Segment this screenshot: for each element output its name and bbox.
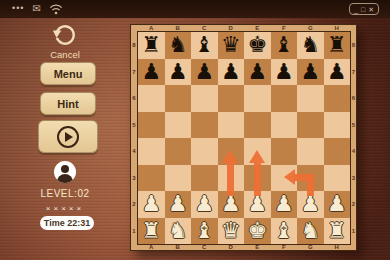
square-f1[interactable]: ♝ — [271, 218, 298, 245]
rank-label-left-3: 3 — [131, 165, 138, 192]
black-pawn[interactable]: ♟ — [274, 59, 294, 86]
square-a6[interactable] — [138, 85, 165, 112]
hint-arrow-d2-d4-head — [222, 150, 238, 163]
avatar-icon — [54, 161, 76, 183]
square-b6[interactable] — [165, 85, 192, 112]
time-label: Time 22:31 — [44, 218, 90, 228]
square-c4[interactable] — [191, 138, 218, 165]
square-d7[interactable]: ♟ — [218, 59, 245, 86]
rank-label-right-6: 6 — [350, 85, 357, 112]
rank-label-right-4: 4 — [350, 138, 357, 165]
square-g5[interactable] — [297, 112, 324, 139]
player-avatar[interactable] — [0, 161, 130, 183]
file-label-top-c: C — [191, 25, 218, 32]
square-h8[interactable]: ♜ — [324, 32, 351, 59]
file-label-bottom-g: G — [297, 244, 324, 251]
file-label-top-h: H — [324, 25, 351, 32]
black-pawn[interactable]: ♟ — [194, 59, 214, 86]
square-b7[interactable]: ♟ — [165, 59, 192, 86]
square-e6[interactable] — [244, 85, 271, 112]
wifi-icon — [49, 4, 63, 15]
white-pawn[interactable]: ♟ — [141, 191, 161, 218]
file-label-bottom-d: D — [218, 244, 245, 251]
white-pawn[interactable]: ♟ — [194, 191, 214, 218]
level-label: LEVEL:02 — [0, 188, 130, 199]
hint-arrow-g2-f3-hshaft — [294, 174, 314, 181]
file-label-bottom-f: F — [271, 244, 298, 251]
black-bishop[interactable]: ♝ — [274, 32, 294, 59]
square-b3[interactable] — [165, 165, 192, 192]
square-d1[interactable]: ♛ — [218, 218, 245, 245]
square-g6[interactable] — [297, 85, 324, 112]
black-pawn[interactable]: ♟ — [247, 59, 267, 86]
square-h1[interactable]: ♜ — [324, 218, 351, 245]
white-queen[interactable]: ♛ — [221, 218, 241, 245]
square-e7[interactable]: ♟ — [244, 59, 271, 86]
square-a4[interactable] — [138, 138, 165, 165]
square-c3[interactable] — [191, 165, 218, 192]
white-rook[interactable]: ♜ — [141, 218, 161, 245]
white-bishop[interactable]: ♝ — [274, 218, 294, 245]
minimize-button[interactable]: _ — [354, 6, 358, 13]
time-display: Time 22:31 — [40, 216, 94, 230]
hint-arrow-d2-d4-shaft — [227, 163, 234, 196]
rank-label-right-1: 1 — [350, 218, 357, 245]
square-a2[interactable]: ♟ — [138, 191, 165, 218]
square-a5[interactable] — [138, 112, 165, 139]
square-h3[interactable] — [324, 165, 351, 192]
square-a3[interactable] — [138, 165, 165, 192]
status-bar: ••• ✉ _ □ ✕ — [0, 0, 390, 18]
window-controls: _ □ ✕ — [349, 3, 379, 15]
hint-button-label: Hint — [57, 98, 78, 110]
rank-label-left-5: 5 — [131, 112, 138, 139]
square-g1[interactable]: ♞ — [297, 218, 324, 245]
play-icon — [57, 126, 79, 148]
black-rook[interactable]: ♜ — [141, 32, 161, 59]
square-b8[interactable]: ♞ — [165, 32, 192, 59]
black-pawn[interactable]: ♟ — [300, 59, 320, 86]
white-pawn[interactable]: ♟ — [168, 191, 188, 218]
rank-label-left-2: 2 — [131, 191, 138, 218]
black-pawn[interactable]: ♟ — [327, 59, 347, 86]
menu-button-label: Menu — [54, 68, 83, 80]
message-icon: ✉ — [32, 4, 40, 14]
square-f5[interactable] — [271, 112, 298, 139]
white-king[interactable]: ♚ — [247, 218, 267, 245]
file-label-bottom-c: C — [191, 244, 218, 251]
file-label-top-d: D — [218, 25, 245, 32]
cancel-label: Cancel — [50, 49, 80, 60]
square-c2[interactable]: ♟ — [191, 191, 218, 218]
black-pawn[interactable]: ♟ — [221, 59, 241, 86]
file-label-bottom-h: H — [324, 244, 351, 251]
square-a7[interactable]: ♟ — [138, 59, 165, 86]
hint-button[interactable]: Hint — [40, 92, 96, 115]
square-g4[interactable] — [297, 138, 324, 165]
square-h7[interactable]: ♟ — [324, 59, 351, 86]
square-b1[interactable]: ♞ — [165, 218, 192, 245]
file-label-bottom-b: B — [165, 244, 192, 251]
square-g7[interactable]: ♟ — [297, 59, 324, 86]
play-button[interactable] — [38, 120, 98, 153]
square-f4[interactable] — [271, 138, 298, 165]
rank-label-right-2: 2 — [350, 191, 357, 218]
file-label-bottom-a: A — [138, 244, 165, 251]
rank-label-right-5: 5 — [350, 112, 357, 139]
square-e5[interactable] — [244, 112, 271, 139]
black-knight[interactable]: ♞ — [300, 32, 320, 59]
file-label-top-g: G — [297, 25, 324, 32]
white-knight[interactable]: ♞ — [300, 218, 320, 245]
hint-arrow-g2-f3-head — [284, 169, 295, 185]
square-d8[interactable]: ♛ — [218, 32, 245, 59]
square-c6[interactable] — [191, 85, 218, 112]
signal-dots-icon: ••• — [12, 4, 24, 13]
square-b4[interactable] — [165, 138, 192, 165]
square-e8[interactable]: ♚ — [244, 32, 271, 59]
rank-label-left-8: 8 — [131, 32, 138, 59]
white-rook[interactable]: ♜ — [327, 218, 347, 245]
sidebar: Cancel Menu Hint LEVEL:02 ××××× Time 22:… — [0, 18, 130, 260]
file-label-bottom-e: E — [244, 244, 271, 251]
maximize-button[interactable]: □ — [361, 6, 365, 13]
square-b5[interactable] — [165, 112, 192, 139]
file-label-top-e: E — [244, 25, 271, 32]
black-bishop[interactable]: ♝ — [194, 32, 214, 59]
rank-label-left-4: 4 — [131, 138, 138, 165]
square-h6[interactable] — [324, 85, 351, 112]
score-marks: ××××× — [0, 204, 130, 213]
black-knight[interactable]: ♞ — [168, 32, 188, 59]
square-d6[interactable] — [218, 85, 245, 112]
square-d5[interactable] — [218, 112, 245, 139]
square-g8[interactable]: ♞ — [297, 32, 324, 59]
black-pawn[interactable]: ♟ — [141, 59, 161, 86]
square-f8[interactable]: ♝ — [271, 32, 298, 59]
square-c7[interactable]: ♟ — [191, 59, 218, 86]
app-screen: ••• ✉ _ □ ✕ Cancel Menu Hint — [0, 0, 390, 260]
square-h4[interactable] — [324, 138, 351, 165]
white-pawn[interactable]: ♟ — [274, 191, 294, 218]
white-bishop[interactable]: ♝ — [194, 218, 214, 245]
square-c5[interactable] — [191, 112, 218, 139]
square-e1[interactable]: ♚ — [244, 218, 271, 245]
board-squares: ♜♞♝♛♚♝♞♜♟♟♟♟♟♟♟♟♟♟♟♟♟♟♟♟♜♞♝♛♚♝♞♜ — [138, 32, 350, 244]
rank-label-left-7: 7 — [131, 59, 138, 86]
black-king[interactable]: ♚ — [247, 32, 267, 59]
square-b2[interactable]: ♟ — [165, 191, 192, 218]
square-f6[interactable] — [271, 85, 298, 112]
square-h5[interactable] — [324, 112, 351, 139]
square-f2[interactable]: ♟ — [271, 191, 298, 218]
square-f7[interactable]: ♟ — [271, 59, 298, 86]
black-rook[interactable]: ♜ — [327, 32, 347, 59]
rank-label-left-1: 1 — [131, 218, 138, 245]
cancel-button[interactable]: Cancel — [0, 23, 130, 60]
file-label-top-b: B — [165, 25, 192, 32]
close-button[interactable]: ✕ — [368, 6, 374, 13]
rank-label-right-7: 7 — [350, 59, 357, 86]
white-pawn[interactable]: ♟ — [327, 191, 347, 218]
square-h2[interactable]: ♟ — [324, 191, 351, 218]
white-knight[interactable]: ♞ — [168, 218, 188, 245]
rank-label-left-6: 6 — [131, 85, 138, 112]
square-a1[interactable]: ♜ — [138, 218, 165, 245]
undo-icon — [52, 23, 78, 47]
file-label-top-f: F — [271, 25, 298, 32]
rank-label-right-8: 8 — [350, 32, 357, 59]
hint-arrow-e2-e4-head — [249, 150, 265, 163]
rank-label-right-3: 3 — [350, 165, 357, 192]
menu-button[interactable]: Menu — [40, 62, 96, 85]
square-c8[interactable]: ♝ — [191, 32, 218, 59]
chess-board: ♜♞♝♛♚♝♞♜♟♟♟♟♟♟♟♟♟♟♟♟♟♟♟♟♜♞♝♛♚♝♞♜ AABBCCD… — [130, 24, 357, 251]
black-queen[interactable]: ♛ — [221, 32, 241, 59]
file-label-top-a: A — [138, 25, 165, 32]
square-a8[interactable]: ♜ — [138, 32, 165, 59]
black-pawn[interactable]: ♟ — [168, 59, 188, 86]
hint-arrow-e2-e4-shaft — [254, 163, 261, 196]
square-c1[interactable]: ♝ — [191, 218, 218, 245]
